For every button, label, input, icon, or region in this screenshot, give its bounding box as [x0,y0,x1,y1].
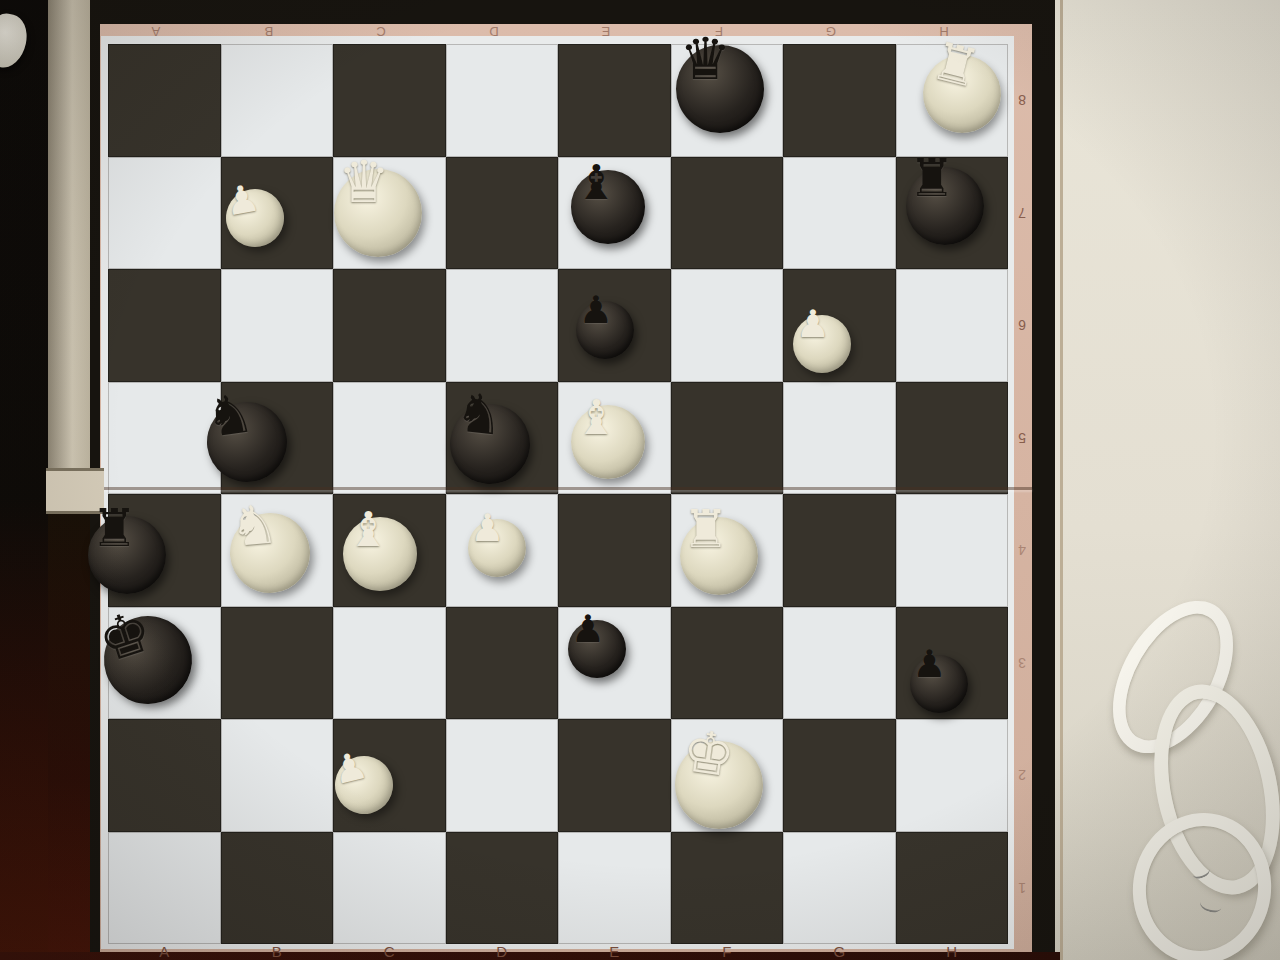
file-label-bottom-a: A [159,943,169,960]
square-f5[interactable] [671,382,784,495]
square-g7[interactable] [783,157,896,270]
white-queen-glyph: ♛ [338,153,390,211]
square-c6[interactable] [333,269,446,382]
file-label-bottom-e: E [609,943,619,960]
rank-label-right-2: 2 [1018,767,1026,783]
file-label-top-d: D [489,24,498,39]
file-label-top-a: A [152,24,161,39]
black-knight-glyph: ♞ [452,385,506,444]
file-label-bottom-c: C [384,943,395,960]
square-b2[interactable] [221,719,334,832]
square-d7[interactable] [446,157,559,270]
white-rook-glyph: ♜ [682,503,729,555]
square-c3[interactable] [333,607,446,720]
square-b8[interactable] [221,44,334,157]
square-a7[interactable] [108,157,221,270]
rank-label-right-1: 1 [1018,880,1026,896]
file-label-top-g: G [826,24,836,39]
square-f6[interactable] [671,269,784,382]
black-rook-glyph: ♜ [91,502,138,554]
square-e2[interactable] [558,719,671,832]
black-rook-glyph: ♜ [908,152,955,204]
black-queen-glyph: ♛ [679,30,731,88]
square-g2[interactable] [783,719,896,832]
square-a6[interactable] [108,269,221,382]
rank-label-right-6: 6 [1018,317,1026,333]
white-king-glyph: ♚ [679,721,739,786]
file-label-bottom-b: B [272,943,282,960]
rank-label-right-7: 7 [1018,205,1026,221]
square-a1[interactable] [108,832,221,945]
white-bishop-glyph: ♝ [575,393,618,441]
file-label-top-b: B [264,24,273,39]
crumpled-plastic [1105,588,1280,953]
scene: AABBCCDDEEFFGGHH87654321 ♛♜♟♛♝♜♟♟♞♞♝♜♞♝♟… [0,0,1280,960]
square-d6[interactable] [446,269,559,382]
file-label-bottom-d: D [496,943,507,960]
square-e8[interactable] [558,44,671,157]
square-g3[interactable] [783,607,896,720]
square-f7[interactable] [671,157,784,270]
square-c8[interactable] [333,44,446,157]
square-g5[interactable] [783,382,896,495]
square-g4[interactable] [783,494,896,607]
white-bishop-glyph: ♝ [347,505,390,553]
square-b6[interactable] [221,269,334,382]
square-f3[interactable] [671,607,784,720]
file-label-bottom-f: F [722,943,731,960]
black-pawn-glyph: ♟ [571,610,605,648]
square-h2[interactable] [896,719,1009,832]
square-b3[interactable] [221,607,334,720]
square-e1[interactable] [558,832,671,945]
rank-label-right-8: 8 [1018,92,1026,108]
square-d8[interactable] [446,44,559,157]
square-d3[interactable] [446,607,559,720]
square-h6[interactable] [896,269,1009,382]
table-seam [1060,0,1063,960]
square-e4[interactable] [558,494,671,607]
square-a2[interactable] [108,719,221,832]
square-c1[interactable] [333,832,446,945]
black-pawn-glyph: ♟ [912,645,946,683]
black-bishop-glyph: ♝ [575,158,618,206]
square-f1[interactable] [671,832,784,945]
white-pawn-glyph: ♟ [470,509,504,547]
square-h4[interactable] [896,494,1009,607]
file-label-bottom-g: G [833,943,845,960]
square-c5[interactable] [333,382,446,495]
white-pawn-glyph: ♟ [796,305,830,343]
rank-label-right-4: 4 [1018,542,1026,558]
square-a8[interactable] [108,44,221,157]
square-d1[interactable] [446,832,559,945]
rank-label-right-5: 5 [1018,430,1026,446]
square-g1[interactable] [783,832,896,945]
rank-label-right-3: 3 [1018,655,1026,671]
square-g8[interactable] [783,44,896,157]
file-label-top-c: C [377,24,386,39]
black-knight-glyph: ♞ [202,385,257,445]
white-knight-glyph: ♞ [227,497,280,555]
file-label-bottom-h: H [946,943,957,960]
square-h5[interactable] [896,382,1009,495]
black-pawn-glyph: ♟ [579,291,613,329]
white-pawn-glyph: ♟ [222,178,262,221]
square-h1[interactable] [896,832,1009,945]
square-b1[interactable] [221,832,334,945]
square-d2[interactable] [446,719,559,832]
file-label-top-e: E [602,24,611,39]
board-fold-seam [100,487,1032,490]
